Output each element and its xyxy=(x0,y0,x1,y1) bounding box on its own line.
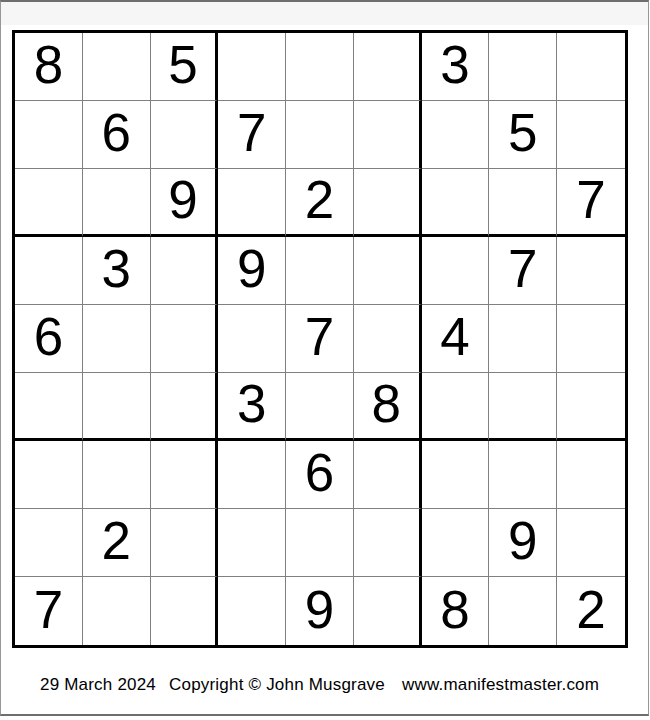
cell-r8c8[interactable]: 9 xyxy=(489,509,557,577)
cell-r4c9[interactable] xyxy=(557,237,625,305)
cell-r5c8[interactable] xyxy=(489,305,557,373)
cell-r8c6[interactable] xyxy=(354,509,422,577)
cell-r4c3[interactable] xyxy=(151,237,219,305)
cell-r7c5[interactable]: 6 xyxy=(286,441,354,509)
cell-r4c1[interactable] xyxy=(15,237,83,305)
cell-r1c4[interactable] xyxy=(218,33,286,101)
cell-r3c1[interactable] xyxy=(15,169,83,237)
cell-r3c3[interactable]: 9 xyxy=(151,169,219,237)
cell-r1c2[interactable] xyxy=(83,33,151,101)
cell-r2c9[interactable] xyxy=(557,101,625,169)
cell-r9c8[interactable] xyxy=(489,577,557,645)
cell-r8c2[interactable]: 2 xyxy=(83,509,151,577)
cell-r6c9[interactable] xyxy=(557,373,625,441)
page-frame: 853675927397674386297982 29 March 2024Co… xyxy=(0,0,649,716)
cell-r3c4[interactable] xyxy=(218,169,286,237)
cell-r5c4[interactable] xyxy=(218,305,286,373)
cell-r5c5[interactable]: 7 xyxy=(286,305,354,373)
cell-r8c1[interactable] xyxy=(15,509,83,577)
cell-r1c8[interactable] xyxy=(489,33,557,101)
cell-r9c7[interactable]: 8 xyxy=(422,577,490,645)
cell-r2c8[interactable]: 5 xyxy=(489,101,557,169)
cell-r2c6[interactable] xyxy=(354,101,422,169)
cell-r3c2[interactable] xyxy=(83,169,151,237)
cell-r6c1[interactable] xyxy=(15,373,83,441)
cell-r6c7[interactable] xyxy=(422,373,490,441)
cell-r9c4[interactable] xyxy=(218,577,286,645)
cell-r7c2[interactable] xyxy=(83,441,151,509)
cell-r3c6[interactable] xyxy=(354,169,422,237)
cell-r5c2[interactable] xyxy=(83,305,151,373)
cell-r3c5[interactable]: 2 xyxy=(286,169,354,237)
cell-r6c2[interactable] xyxy=(83,373,151,441)
footer-website: www.manifestmaster.com xyxy=(402,675,599,694)
cell-r4c5[interactable] xyxy=(286,237,354,305)
cell-r8c9[interactable] xyxy=(557,509,625,577)
cell-r7c3[interactable] xyxy=(151,441,219,509)
cell-r2c3[interactable] xyxy=(151,101,219,169)
footer-copyright: Copyright © John Musgrave xyxy=(169,675,385,694)
cell-r9c3[interactable] xyxy=(151,577,219,645)
cell-r4c8[interactable]: 7 xyxy=(489,237,557,305)
cell-r6c4[interactable]: 3 xyxy=(218,373,286,441)
cell-r7c4[interactable] xyxy=(218,441,286,509)
cell-r4c2[interactable]: 3 xyxy=(83,237,151,305)
cell-r8c5[interactable] xyxy=(286,509,354,577)
cell-r1c1[interactable]: 8 xyxy=(15,33,83,101)
cell-r8c7[interactable] xyxy=(422,509,490,577)
cell-r6c5[interactable] xyxy=(286,373,354,441)
cell-r3c8[interactable] xyxy=(489,169,557,237)
cell-r3c9[interactable]: 7 xyxy=(557,169,625,237)
cell-r1c7[interactable]: 3 xyxy=(422,33,490,101)
cell-r7c1[interactable] xyxy=(15,441,83,509)
cell-r6c8[interactable] xyxy=(489,373,557,441)
cell-r8c4[interactable] xyxy=(218,509,286,577)
footer: 29 March 2024Copyright © John Musgraveww… xyxy=(40,675,599,695)
cell-r8c3[interactable] xyxy=(151,509,219,577)
cell-r7c8[interactable] xyxy=(489,441,557,509)
cell-r9c5[interactable]: 9 xyxy=(286,577,354,645)
cell-r1c5[interactable] xyxy=(286,33,354,101)
cell-r2c1[interactable] xyxy=(15,101,83,169)
cell-r4c6[interactable] xyxy=(354,237,422,305)
cell-r4c4[interactable]: 9 xyxy=(218,237,286,305)
cell-r2c7[interactable] xyxy=(422,101,490,169)
cell-r9c2[interactable] xyxy=(83,577,151,645)
top-strip xyxy=(1,2,648,25)
sudoku-grid: 853675927397674386297982 xyxy=(12,30,628,648)
cell-r3c7[interactable] xyxy=(422,169,490,237)
cell-r6c3[interactable] xyxy=(151,373,219,441)
cell-r6c6[interactable]: 8 xyxy=(354,373,422,441)
cell-r5c9[interactable] xyxy=(557,305,625,373)
cell-r2c4[interactable]: 7 xyxy=(218,101,286,169)
cell-r1c6[interactable] xyxy=(354,33,422,101)
footer-date: 29 March 2024 xyxy=(40,675,156,694)
cell-r4c7[interactable] xyxy=(422,237,490,305)
cell-r1c9[interactable] xyxy=(557,33,625,101)
cell-r5c1[interactable]: 6 xyxy=(15,305,83,373)
cell-r9c1[interactable]: 7 xyxy=(15,577,83,645)
cell-r5c6[interactable] xyxy=(354,305,422,373)
cell-r5c7[interactable]: 4 xyxy=(422,305,490,373)
cell-r7c6[interactable] xyxy=(354,441,422,509)
cell-r7c9[interactable] xyxy=(557,441,625,509)
cell-r1c3[interactable]: 5 xyxy=(151,33,219,101)
cell-r2c5[interactable] xyxy=(286,101,354,169)
cell-r5c3[interactable] xyxy=(151,305,219,373)
cell-r9c6[interactable] xyxy=(354,577,422,645)
cell-r7c7[interactable] xyxy=(422,441,490,509)
cell-r9c9[interactable]: 2 xyxy=(557,577,625,645)
cell-r2c2[interactable]: 6 xyxy=(83,101,151,169)
